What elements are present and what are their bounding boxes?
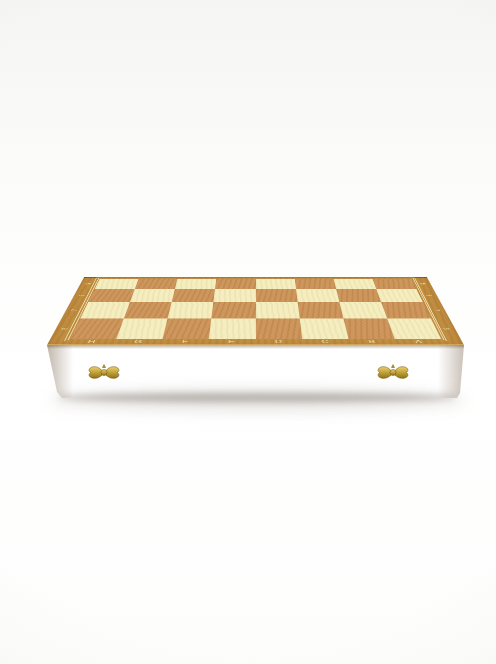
right-end-shading (438, 345, 464, 398)
file-label-c: C (302, 340, 350, 344)
square-c8 (299, 318, 348, 339)
rank-label-right-5: 5 (417, 282, 429, 285)
left-end-shading (47, 345, 73, 398)
rank-label-left-5: 5 (82, 282, 94, 285)
square-f8 (163, 318, 212, 339)
file-label-d: D (256, 340, 303, 344)
square-e6 (214, 289, 256, 302)
file-label-h: H (68, 340, 117, 344)
square-h7 (80, 302, 130, 318)
square-g6 (130, 289, 175, 302)
file-label-a: A (395, 340, 444, 344)
square-f5 (175, 279, 217, 290)
square-b6 (336, 289, 381, 302)
square-c6 (296, 289, 339, 302)
file-label-e: E (209, 340, 256, 344)
square-a7 (381, 302, 431, 318)
square-b5 (333, 279, 376, 290)
rank-label-right-8: 8 (440, 326, 454, 330)
square-e7 (212, 302, 256, 318)
square-e5 (215, 279, 255, 290)
square-b7 (339, 302, 387, 318)
brass-clasp-right (375, 363, 411, 383)
square-d8 (256, 318, 302, 339)
square-c7 (297, 302, 343, 318)
square-a5 (372, 279, 416, 290)
square-a6 (376, 289, 423, 302)
square-b8 (343, 318, 395, 339)
file-label-f: F (162, 340, 210, 344)
lip-shadow (47, 345, 464, 349)
file-label-b: B (348, 340, 396, 344)
rank-label-left-8: 8 (58, 326, 72, 330)
board-top-surface: HGFEDCBA 55667788 (47, 277, 464, 345)
file-label-g: G (115, 340, 163, 344)
square-e8 (209, 318, 255, 339)
square-g7 (124, 302, 172, 318)
rank-label-right-7: 7 (430, 308, 443, 312)
box-front-face (47, 345, 464, 398)
product-photo: HGFEDCBA 55667788 (0, 0, 496, 664)
square-f7 (168, 302, 214, 318)
square-h5 (95, 279, 139, 290)
rank-label-left-6: 6 (76, 294, 88, 298)
rank-label-right-6: 6 (423, 294, 435, 298)
square-f6 (172, 289, 215, 302)
square-g8 (116, 318, 168, 339)
square-d7 (256, 302, 300, 318)
square-c5 (294, 279, 336, 290)
board-top-scene: HGFEDCBA 55667788 (47, 136, 464, 345)
rank-label-left-7: 7 (68, 308, 81, 312)
square-h8 (70, 318, 124, 339)
square-d5 (256, 279, 296, 290)
square-g5 (135, 279, 178, 290)
square-d6 (256, 289, 298, 302)
square-h6 (88, 289, 135, 302)
brass-clasp-left (86, 363, 122, 383)
file-labels: HGFEDCBA (67, 340, 444, 345)
chessboard-grid (70, 279, 441, 340)
